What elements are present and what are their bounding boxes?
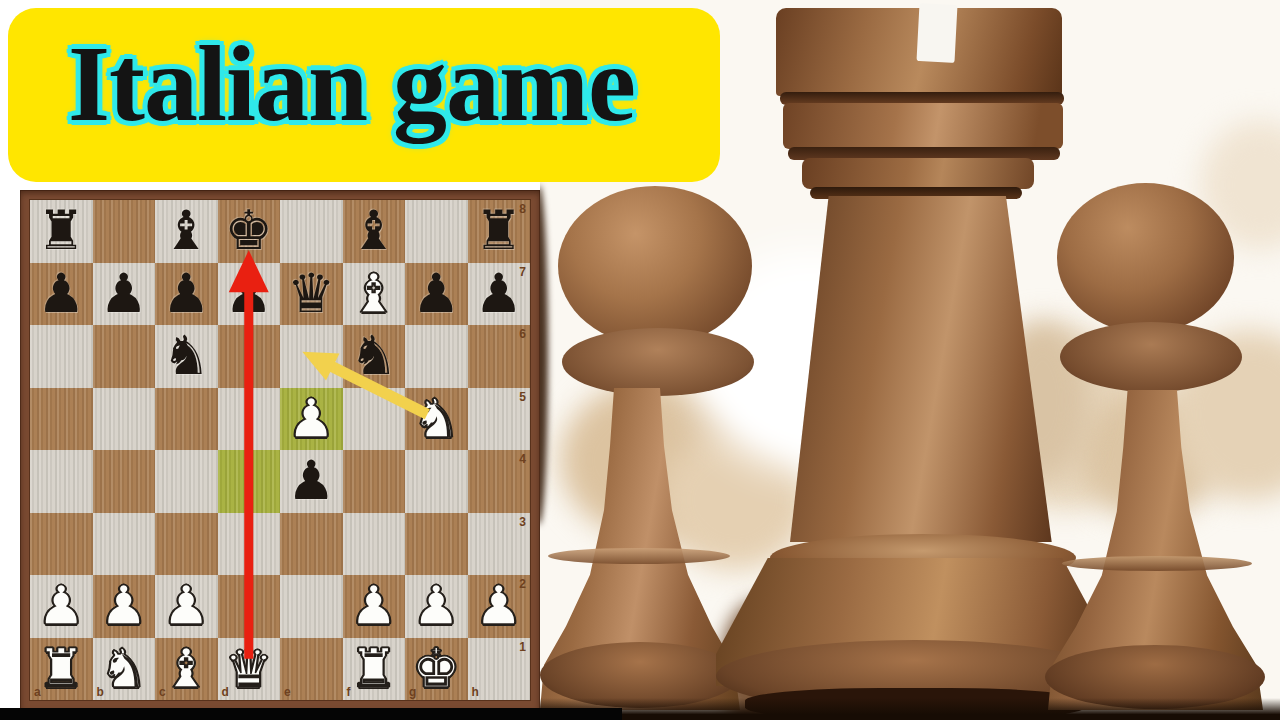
photo-bottom-shadow: [540, 698, 1280, 720]
square-c6[interactable]: ♞: [155, 325, 218, 388]
square-f2[interactable]: ♟: [343, 575, 406, 638]
piece-white-knight-g5: ♞: [405, 388, 468, 451]
file-label-h: h: [472, 685, 479, 699]
file-label-d: d: [222, 685, 229, 699]
square-c4[interactable]: [155, 450, 218, 513]
square-h7[interactable]: 7♟: [468, 263, 531, 326]
square-b1[interactable]: b♞: [93, 638, 156, 701]
square-e1[interactable]: e: [280, 638, 343, 701]
piece-black-pawn-a7: ♟: [30, 263, 93, 326]
thumbnail: Italian game ♜♝♚♝8♜♟♟♟♟♛♝♟7♟♞♞6♟♞5♟43♟♟♟…: [0, 0, 1280, 720]
square-h2[interactable]: 2♟: [468, 575, 531, 638]
square-c3[interactable]: [155, 513, 218, 576]
piece-black-knight-c6: ♞: [155, 325, 218, 388]
square-a6[interactable]: [30, 325, 93, 388]
square-e8[interactable]: [280, 200, 343, 263]
piece-white-pawn-a2: ♟: [30, 575, 93, 638]
square-h8[interactable]: 8♜: [468, 200, 531, 263]
piece-black-queen-e7: ♛: [280, 263, 343, 326]
rank-label-3: 3: [519, 515, 526, 529]
square-d2[interactable]: [218, 575, 281, 638]
piece-black-bishop-c8: ♝: [155, 200, 218, 263]
title-banner: Italian game: [8, 8, 720, 182]
square-a2[interactable]: ♟: [30, 575, 93, 638]
photo-rook-ring: [783, 103, 1063, 149]
file-label-a: a: [34, 685, 41, 699]
file-label-b: b: [97, 685, 104, 699]
square-b6[interactable]: [93, 325, 156, 388]
photo-pawn-left-collar: [562, 328, 754, 396]
square-e7[interactable]: ♛: [280, 263, 343, 326]
square-c2[interactable]: ♟: [155, 575, 218, 638]
square-c8[interactable]: ♝: [155, 200, 218, 263]
piece-black-king-d8: ♚: [218, 200, 281, 263]
file-label-g: g: [409, 685, 416, 699]
video-title: Italian game: [68, 22, 635, 146]
square-b7[interactable]: ♟: [93, 263, 156, 326]
piece-black-pawn-c7: ♟: [155, 263, 218, 326]
square-e6[interactable]: [280, 325, 343, 388]
photo-pawn-right-head: [1057, 183, 1234, 333]
square-b8[interactable]: [93, 200, 156, 263]
square-c5[interactable]: [155, 388, 218, 451]
square-a8[interactable]: ♜: [30, 200, 93, 263]
square-g4[interactable]: [405, 450, 468, 513]
rank-label-4: 4: [519, 452, 526, 466]
photo-rook-ring: [802, 158, 1034, 189]
piece-white-pawn-g2: ♟: [405, 575, 468, 638]
square-b3[interactable]: [93, 513, 156, 576]
square-c1[interactable]: c♝: [155, 638, 218, 701]
square-h6[interactable]: 6: [468, 325, 531, 388]
square-f3[interactable]: [343, 513, 406, 576]
square-f1[interactable]: f♜: [343, 638, 406, 701]
photo-rook-body: [780, 196, 1066, 542]
square-h4[interactable]: 4: [468, 450, 531, 513]
square-d5[interactable]: [218, 388, 281, 451]
rank-label-2: 2: [519, 577, 526, 591]
square-g8[interactable]: [405, 200, 468, 263]
square-e2[interactable]: [280, 575, 343, 638]
square-h1[interactable]: 1h: [468, 638, 531, 701]
piece-white-pawn-c2: ♟: [155, 575, 218, 638]
piece-black-pawn-e4: ♟: [280, 450, 343, 513]
square-f7[interactable]: ♝: [343, 263, 406, 326]
square-f8[interactable]: ♝: [343, 200, 406, 263]
square-f6[interactable]: ♞: [343, 325, 406, 388]
square-f5[interactable]: [343, 388, 406, 451]
square-a4[interactable]: [30, 450, 93, 513]
square-g6[interactable]: [405, 325, 468, 388]
square-h3[interactable]: 3: [468, 513, 531, 576]
photo-pawn-right-ring: [1062, 556, 1252, 571]
square-d7[interactable]: ♟: [218, 263, 281, 326]
square-e4[interactable]: ♟: [280, 450, 343, 513]
square-a7[interactable]: ♟: [30, 263, 93, 326]
file-label-f: f: [347, 685, 351, 699]
file-label-c: c: [159, 685, 166, 699]
piece-black-pawn-d7: ♟: [218, 263, 281, 326]
square-b4[interactable]: [93, 450, 156, 513]
piece-black-bishop-f8: ♝: [343, 200, 406, 263]
rank-label-8: 8: [519, 202, 526, 216]
square-d6[interactable]: [218, 325, 281, 388]
square-g7[interactable]: ♟: [405, 263, 468, 326]
rank-label-7: 7: [519, 265, 526, 279]
square-g2[interactable]: ♟: [405, 575, 468, 638]
square-e5[interactable]: ♟: [280, 388, 343, 451]
rank-label-5: 5: [519, 390, 526, 404]
piece-white-pawn-f2: ♟: [343, 575, 406, 638]
photo-pawn-right-collar: [1060, 322, 1242, 392]
square-d3[interactable]: [218, 513, 281, 576]
bottom-black-strip: [0, 708, 622, 720]
square-b5[interactable]: [93, 388, 156, 451]
piece-white-pawn-e5: ♟: [280, 388, 343, 451]
piece-white-pawn-b2: ♟: [93, 575, 156, 638]
square-d1[interactable]: d♛: [218, 638, 281, 701]
square-c7[interactable]: ♟: [155, 263, 218, 326]
chess-board-squares: ♜♝♚♝8♜♟♟♟♟♛♝♟7♟♞♞6♟♞5♟43♟♟♟♟♟2♟a♜b♞c♝d♛e…: [30, 200, 530, 700]
piece-black-knight-f6: ♞: [343, 325, 406, 388]
square-d8[interactable]: ♚: [218, 200, 281, 263]
piece-white-bishop-f7: ♝: [343, 263, 406, 326]
square-g3[interactable]: [405, 513, 468, 576]
chess-board: ♜♝♚♝8♜♟♟♟♟♛♝♟7♟♞♞6♟♞5♟43♟♟♟♟♟2♟a♜b♞c♝d♛e…: [20, 190, 540, 710]
photo-pawn-left-head: [558, 186, 752, 346]
rank-label-1: 1: [519, 640, 526, 654]
square-a1[interactable]: a♜: [30, 638, 93, 701]
photo-rook-notch: [917, 3, 958, 63]
piece-black-pawn-g7: ♟: [405, 263, 468, 326]
piece-white-rook-f1: ♜: [343, 638, 406, 701]
rank-label-6: 6: [519, 327, 526, 341]
square-g1[interactable]: g♚: [405, 638, 468, 701]
file-label-e: e: [284, 685, 291, 699]
square-a3[interactable]: [30, 513, 93, 576]
background-blob: [540, 185, 548, 525]
square-g5[interactable]: ♞: [405, 388, 468, 451]
square-d4[interactable]: [218, 450, 281, 513]
piece-black-pawn-b7: ♟: [93, 263, 156, 326]
square-b2[interactable]: ♟: [93, 575, 156, 638]
photo-pawn-left-ring: [548, 548, 730, 564]
square-h5[interactable]: 5: [468, 388, 531, 451]
piece-black-rook-a8: ♜: [30, 200, 93, 263]
square-f4[interactable]: [343, 450, 406, 513]
square-e3[interactable]: [280, 513, 343, 576]
square-a5[interactable]: [30, 388, 93, 451]
